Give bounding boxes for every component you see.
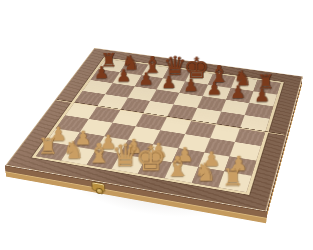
square-h1[interactable]: ♜ [219, 171, 252, 192]
piece-white-king-e1[interactable]: ♚ [136, 141, 167, 176]
piece-black-pawn-g7[interactable]: ♟ [230, 83, 246, 100]
brass-clasp [92, 182, 104, 191]
square-f1[interactable]: ♝ [164, 163, 197, 183]
piece-black-pawn-b7[interactable]: ♟ [116, 67, 131, 84]
piece-white-knight-g1[interactable]: ♞ [194, 160, 216, 185]
playfield-grid: ♜♞♝♛♚♝♞♜♟♟♟♟♟♟♟♟♟♟♟♟♟♟♟♟♜♞♝♛♚♝♞♜ [32, 57, 284, 195]
piece-white-bishop-f1[interactable]: ♝ [165, 152, 190, 180]
piece-black-pawn-h7[interactable]: ♟ [254, 87, 270, 105]
square-g7[interactable]: ♟ [226, 88, 254, 103]
piece-white-knight-b1[interactable]: ♞ [63, 138, 84, 162]
piece-black-pawn-f7[interactable]: ♟ [206, 80, 222, 97]
piece-white-rook-a1[interactable]: ♜ [38, 135, 58, 158]
piece-white-bishop-c1[interactable]: ♝ [87, 139, 112, 166]
square-h7[interactable]: ♟ [249, 91, 277, 106]
piece-black-pawn-e7[interactable]: ♟ [183, 77, 198, 94]
square-h6[interactable] [245, 103, 273, 119]
piece-black-pawn-a7[interactable]: ♟ [94, 64, 109, 81]
piece-white-rook-h1[interactable]: ♜ [222, 166, 244, 190]
piece-black-pawn-d7[interactable]: ♟ [161, 74, 176, 91]
product-photo-scene: ♜♞♝♛♚♝♞♜♟♟♟♟♟♟♟♟♟♟♟♟♟♟♟♟♜♞♝♛♚♝♞♜ [0, 0, 313, 250]
piece-black-pawn-c7[interactable]: ♟ [138, 71, 153, 88]
